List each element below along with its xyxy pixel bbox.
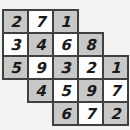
grid-cell[interactable]: 5 bbox=[52, 78, 79, 103]
grid-cell[interactable]: 6 bbox=[52, 32, 79, 57]
grid-cell[interactable]: 3 bbox=[52, 55, 79, 80]
grid-cell[interactable]: 7 bbox=[77, 101, 104, 126]
grid-cell[interactable]: 7 bbox=[27, 9, 54, 34]
grid-cell[interactable]: 8 bbox=[77, 32, 104, 57]
grid-cell[interactable]: 7 bbox=[102, 78, 129, 103]
grid-cell[interactable]: 2 bbox=[2, 9, 29, 34]
grid-cell[interactable]: 3 bbox=[2, 32, 29, 57]
grid-cell[interactable]: 9 bbox=[77, 78, 104, 103]
grid-cell[interactable]: 6 bbox=[52, 101, 79, 126]
grid-cell[interactable]: 4 bbox=[27, 78, 54, 103]
grid-cell[interactable]: 5 bbox=[2, 55, 29, 80]
grid-cell[interactable]: 1 bbox=[52, 9, 79, 34]
grid-cell[interactable]: 9 bbox=[27, 55, 54, 80]
grid-cell[interactable]: 2 bbox=[102, 101, 129, 126]
grid-cell[interactable]: 4 bbox=[27, 32, 54, 57]
grid-cell[interactable]: 2 bbox=[77, 55, 104, 80]
grid-cell[interactable]: 1 bbox=[102, 55, 129, 80]
puzzle-board: 2713468593214597672 bbox=[2, 9, 130, 126]
